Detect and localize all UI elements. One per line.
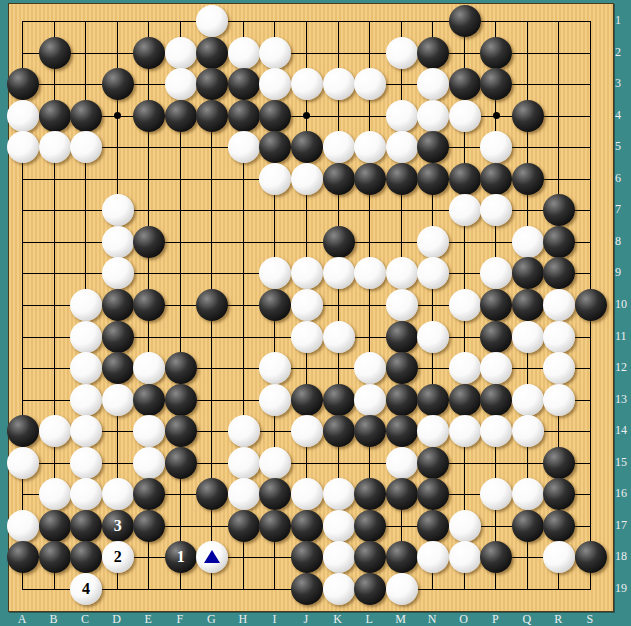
- stone-white-H2: [228, 37, 260, 69]
- stone-black-R8: [543, 226, 575, 258]
- row-label-16: 16: [613, 486, 631, 500]
- stone-black-F14: [165, 415, 197, 447]
- stone-black-E17: [133, 510, 165, 542]
- stone-black-H17: [228, 510, 260, 542]
- row-label-5: 5: [613, 139, 631, 153]
- stone-black-C18: [70, 541, 102, 573]
- stone-white-P7: [480, 194, 512, 226]
- stone-white-Q16: [512, 478, 544, 510]
- stone-white-N8: [417, 226, 449, 258]
- row-label-9: 9: [613, 265, 631, 279]
- triangle-marker: [204, 550, 220, 563]
- stone-white-I6: [259, 163, 291, 195]
- stone-black-P13: [480, 384, 512, 416]
- column-label-J: J: [296, 612, 316, 626]
- stone-white-Q14: [512, 415, 544, 447]
- stone-white-Q11: [512, 321, 544, 353]
- stone-black-D10: [102, 289, 134, 321]
- go-board[interactable]: 3214: [8, 3, 614, 612]
- stone-black-M14: [386, 415, 418, 447]
- row-label-19: 19: [613, 581, 631, 595]
- stone-black-R15: [543, 447, 575, 479]
- stone-white-L12: [354, 352, 386, 384]
- stone-black-J18: [291, 541, 323, 573]
- row-label-7: 7: [613, 202, 631, 216]
- stone-white-C12: [70, 352, 102, 384]
- column-label-H: H: [233, 612, 253, 626]
- row-label-10: 10: [613, 297, 631, 311]
- stone-white-K19: [323, 573, 355, 605]
- column-label-I: I: [264, 612, 284, 626]
- stone-white-K5: [323, 131, 355, 163]
- stone-white-K17: [323, 510, 355, 542]
- stone-white-G1: [196, 5, 228, 37]
- stone-black-M18: [386, 541, 418, 573]
- stone-black-H3: [228, 68, 260, 100]
- stone-black-B2: [39, 37, 71, 69]
- star-point-J4: [303, 112, 310, 119]
- star-point-D4: [114, 112, 121, 119]
- stone-white-P12: [480, 352, 512, 384]
- stone-black-P18: [480, 541, 512, 573]
- stone-white-L3: [354, 68, 386, 100]
- column-label-O: O: [454, 612, 474, 626]
- move-number-label: 1: [177, 549, 185, 565]
- stone-black-L17: [354, 510, 386, 542]
- column-label-Q: Q: [517, 612, 537, 626]
- stone-black-A18: [7, 541, 39, 573]
- stone-black-N15: [417, 447, 449, 479]
- stone-white-P9: [480, 257, 512, 289]
- stone-white-E14: [133, 415, 165, 447]
- stone-black-E10: [133, 289, 165, 321]
- stone-black-E8: [133, 226, 165, 258]
- stone-black-J5: [291, 131, 323, 163]
- stone-white-H16: [228, 478, 260, 510]
- stone-white-P14: [480, 415, 512, 447]
- stone-white-J11: [291, 321, 323, 353]
- row-label-3: 3: [613, 76, 631, 90]
- row-label-11: 11: [613, 329, 631, 343]
- stone-black-P11: [480, 321, 512, 353]
- stone-black-E2: [133, 37, 165, 69]
- stone-white-D8: [102, 226, 134, 258]
- stone-white-F2: [165, 37, 197, 69]
- column-label-F: F: [170, 612, 190, 626]
- row-label-6: 6: [613, 171, 631, 185]
- stone-black-F15: [165, 447, 197, 479]
- stone-white-O12: [449, 352, 481, 384]
- stone-black-A3: [7, 68, 39, 100]
- stone-white-O18: [449, 541, 481, 573]
- stone-white-H5: [228, 131, 260, 163]
- stone-white-J16: [291, 478, 323, 510]
- stone-white-A5: [7, 131, 39, 163]
- stone-white-N18: [417, 541, 449, 573]
- stone-white-P5: [480, 131, 512, 163]
- stone-white-L13: [354, 384, 386, 416]
- stone-black-G3: [196, 68, 228, 100]
- stone-white-N11: [417, 321, 449, 353]
- stone-white-E15: [133, 447, 165, 479]
- stone-white-N3: [417, 68, 449, 100]
- stone-white-C19: 4: [70, 573, 102, 605]
- stone-white-J6: [291, 163, 323, 195]
- column-label-K: K: [328, 612, 348, 626]
- row-label-12: 12: [613, 360, 631, 374]
- stone-white-O7: [449, 194, 481, 226]
- stone-white-J14: [291, 415, 323, 447]
- stone-white-A4: [7, 100, 39, 132]
- stone-black-J19: [291, 573, 323, 605]
- row-label-15: 15: [613, 455, 631, 469]
- stone-black-K8: [323, 226, 355, 258]
- column-label-L: L: [359, 612, 379, 626]
- stone-black-F4: [165, 100, 197, 132]
- stone-black-Q10: [512, 289, 544, 321]
- stone-black-E4: [133, 100, 165, 132]
- stone-white-K18: [323, 541, 355, 573]
- stone-black-K14: [323, 415, 355, 447]
- stone-white-B16: [39, 478, 71, 510]
- stone-white-K11: [323, 321, 355, 353]
- background: 3214 ABCDEFGHIJKLMNOPQRS 123456789101112…: [0, 0, 631, 626]
- stone-black-K13: [323, 384, 355, 416]
- stone-black-D17: 3: [102, 510, 134, 542]
- stone-white-D16: [102, 478, 134, 510]
- stone-white-F3: [165, 68, 197, 100]
- stone-black-Q6: [512, 163, 544, 195]
- stone-white-N14: [417, 415, 449, 447]
- stone-white-R12: [543, 352, 575, 384]
- stone-black-B17: [39, 510, 71, 542]
- stone-black-M13: [386, 384, 418, 416]
- column-label-P: P: [485, 612, 505, 626]
- stone-black-L14: [354, 415, 386, 447]
- stone-black-M12: [386, 352, 418, 384]
- stone-black-M6: [386, 163, 418, 195]
- stone-white-R10: [543, 289, 575, 321]
- stone-white-D18: 2: [102, 541, 134, 573]
- stone-black-N2: [417, 37, 449, 69]
- column-label-B: B: [44, 612, 64, 626]
- row-label-17: 17: [613, 518, 631, 532]
- stone-white-I2: [259, 37, 291, 69]
- stone-white-J3: [291, 68, 323, 100]
- stone-white-M15: [386, 447, 418, 479]
- column-label-A: A: [12, 612, 32, 626]
- row-label-13: 13: [613, 392, 631, 406]
- stone-white-Q8: [512, 226, 544, 258]
- column-label-C: C: [75, 612, 95, 626]
- stone-black-F18: 1: [165, 541, 197, 573]
- stone-black-Q4: [512, 100, 544, 132]
- stone-white-N9: [417, 257, 449, 289]
- stone-black-F13: [165, 384, 197, 416]
- stone-white-D7: [102, 194, 134, 226]
- stone-black-B18: [39, 541, 71, 573]
- stone-black-G10: [196, 289, 228, 321]
- column-label-G: G: [201, 612, 221, 626]
- row-label-1: 1: [613, 13, 631, 27]
- stone-white-I12: [259, 352, 291, 384]
- stone-white-M9: [386, 257, 418, 289]
- stone-white-C11: [70, 321, 102, 353]
- column-label-N: N: [422, 612, 442, 626]
- grid-line-horizontal: [22, 463, 591, 464]
- stone-white-I9: [259, 257, 291, 289]
- stone-black-K6: [323, 163, 355, 195]
- stone-white-H15: [228, 447, 260, 479]
- stone-black-I10: [259, 289, 291, 321]
- stone-black-O13: [449, 384, 481, 416]
- stone-white-L5: [354, 131, 386, 163]
- move-number-label: 2: [114, 549, 122, 565]
- stone-black-R9: [543, 257, 575, 289]
- stone-white-C5: [70, 131, 102, 163]
- stone-black-M16: [386, 478, 418, 510]
- stone-black-A14: [7, 415, 39, 447]
- stone-black-I17: [259, 510, 291, 542]
- stone-black-P3: [480, 68, 512, 100]
- stone-white-B5: [39, 131, 71, 163]
- stone-white-O14: [449, 415, 481, 447]
- column-label-D: D: [107, 612, 127, 626]
- stone-white-C10: [70, 289, 102, 321]
- column-label-M: M: [391, 612, 411, 626]
- stone-black-G2: [196, 37, 228, 69]
- stone-black-R16: [543, 478, 575, 510]
- stone-white-C15: [70, 447, 102, 479]
- stone-black-L19: [354, 573, 386, 605]
- stone-black-O1: [449, 5, 481, 37]
- stone-white-J9: [291, 257, 323, 289]
- stone-black-J17: [291, 510, 323, 542]
- stone-black-E13: [133, 384, 165, 416]
- stone-white-I15: [259, 447, 291, 479]
- stone-black-P10: [480, 289, 512, 321]
- stone-black-D12: [102, 352, 134, 384]
- row-label-8: 8: [613, 234, 631, 248]
- stone-white-O17: [449, 510, 481, 542]
- stone-black-I5: [259, 131, 291, 163]
- column-label-R: R: [548, 612, 568, 626]
- stone-white-A15: [7, 447, 39, 479]
- stone-white-K16: [323, 478, 355, 510]
- stone-white-J10: [291, 289, 323, 321]
- stone-black-P2: [480, 37, 512, 69]
- stone-black-F12: [165, 352, 197, 384]
- stone-black-N5: [417, 131, 449, 163]
- stone-black-O6: [449, 163, 481, 195]
- stone-white-M5: [386, 131, 418, 163]
- stone-white-C13: [70, 384, 102, 416]
- stone-white-D13: [102, 384, 134, 416]
- stone-white-I3: [259, 68, 291, 100]
- stone-white-A17: [7, 510, 39, 542]
- stone-black-R17: [543, 510, 575, 542]
- row-label-2: 2: [613, 45, 631, 59]
- stone-white-B14: [39, 415, 71, 447]
- stone-white-P16: [480, 478, 512, 510]
- stone-white-I13: [259, 384, 291, 416]
- stone-white-L9: [354, 257, 386, 289]
- stone-black-M11: [386, 321, 418, 353]
- stone-white-O10: [449, 289, 481, 321]
- stone-white-K3: [323, 68, 355, 100]
- stone-black-N6: [417, 163, 449, 195]
- column-label-E: E: [138, 612, 158, 626]
- stone-black-N16: [417, 478, 449, 510]
- move-number-label: 4: [82, 581, 90, 597]
- stone-black-H4: [228, 100, 260, 132]
- stone-black-S18: [575, 541, 607, 573]
- row-label-4: 4: [613, 108, 631, 122]
- stone-white-D9: [102, 257, 134, 289]
- star-point-P4: [493, 112, 500, 119]
- stone-white-K9: [323, 257, 355, 289]
- stone-black-Q9: [512, 257, 544, 289]
- stone-black-S10: [575, 289, 607, 321]
- column-label-S: S: [580, 612, 600, 626]
- stone-black-C4: [70, 100, 102, 132]
- stone-white-H14: [228, 415, 260, 447]
- stone-black-I16: [259, 478, 291, 510]
- stone-black-N13: [417, 384, 449, 416]
- stone-black-N17: [417, 510, 449, 542]
- stone-black-I4: [259, 100, 291, 132]
- stone-white-E12: [133, 352, 165, 384]
- stone-black-E16: [133, 478, 165, 510]
- stone-black-L18: [354, 541, 386, 573]
- stone-white-M4: [386, 100, 418, 132]
- stone-black-C17: [70, 510, 102, 542]
- stone-white-R13: [543, 384, 575, 416]
- row-label-14: 14: [613, 423, 631, 437]
- stone-white-C14: [70, 415, 102, 447]
- stone-black-Q17: [512, 510, 544, 542]
- row-label-18: 18: [613, 549, 631, 563]
- stone-black-G16: [196, 478, 228, 510]
- stone-black-B4: [39, 100, 71, 132]
- stone-black-D11: [102, 321, 134, 353]
- stone-black-P6: [480, 163, 512, 195]
- stone-white-Q13: [512, 384, 544, 416]
- stone-white-N4: [417, 100, 449, 132]
- stone-white-M10: [386, 289, 418, 321]
- stone-black-O3: [449, 68, 481, 100]
- stone-white-R11: [543, 321, 575, 353]
- stone-black-G4: [196, 100, 228, 132]
- stone-black-R7: [543, 194, 575, 226]
- stone-white-R18: [543, 541, 575, 573]
- stone-white-M2: [386, 37, 418, 69]
- stone-black-J13: [291, 384, 323, 416]
- stone-white-C16: [70, 478, 102, 510]
- stone-white-O4: [449, 100, 481, 132]
- stone-black-L6: [354, 163, 386, 195]
- stone-black-D3: [102, 68, 134, 100]
- move-number-label: 3: [114, 518, 122, 534]
- stone-white-M19: [386, 573, 418, 605]
- stone-black-L16: [354, 478, 386, 510]
- stone-white-G18: [196, 541, 228, 573]
